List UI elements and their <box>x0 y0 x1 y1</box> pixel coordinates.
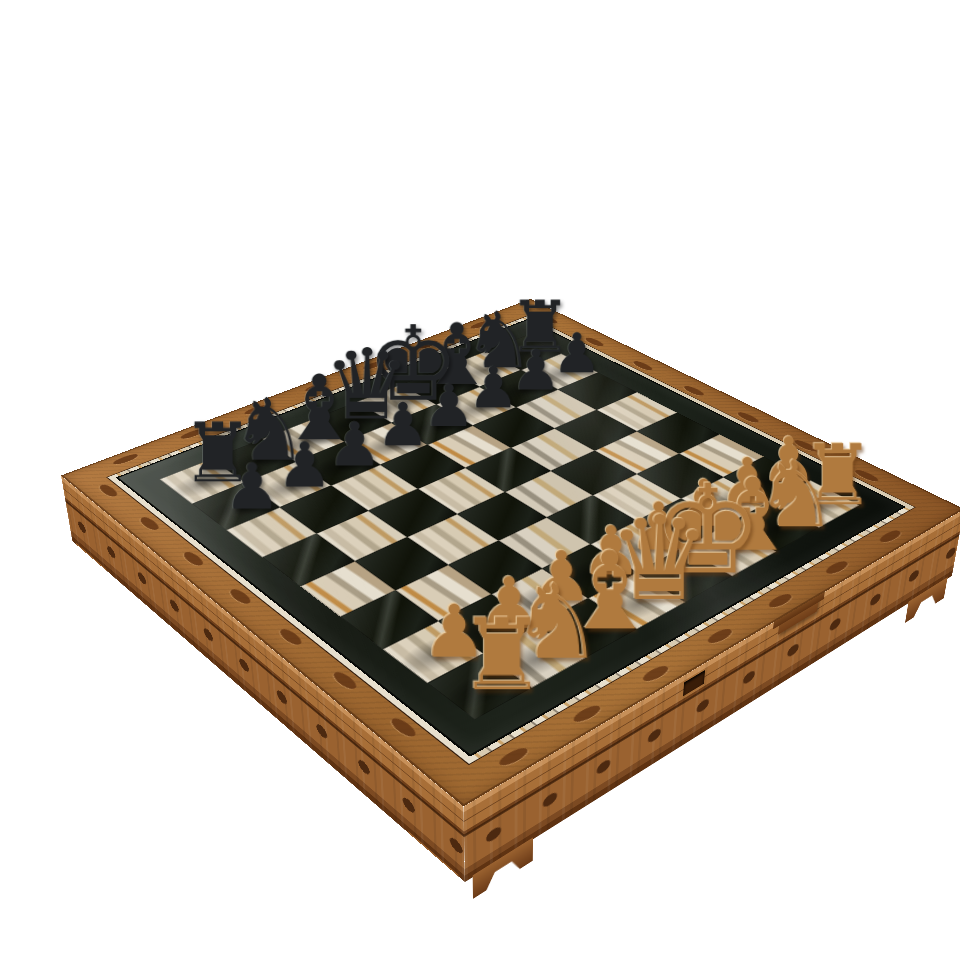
black-pawn: ♟ <box>277 436 333 495</box>
carved-wood-frame: ♜♞♝♛♚♝♞♜♟♟♟♟♟♟♟♟♟♟♟♟♟♟♟♟♜♞♝♛♚♝♞♜ <box>61 299 960 807</box>
black-marble-border: ♜♞♝♛♚♝♞♜♟♟♟♟♟♟♟♟♟♟♟♟♟♟♟♟♜♞♝♛♚♝♞♜ <box>118 320 903 754</box>
carved-foot <box>473 837 533 898</box>
carved-foot <box>408 831 459 898</box>
black-pawn: ♟ <box>328 416 383 474</box>
carving-notch <box>111 453 140 466</box>
carving-notch <box>639 664 672 684</box>
carved-foot <box>905 577 948 623</box>
brown-rook: ♜ <box>458 608 547 702</box>
carving-notch <box>97 483 121 498</box>
black-pawn: ♟ <box>468 361 519 415</box>
carving-notch <box>877 529 904 544</box>
product-photo: ♜♞♝♛♚♝♞♜♟♟♟♟♟♟♟♟♟♟♟♟♟♟♟♟♜♞♝♛♚♝♞♜ <box>0 0 960 960</box>
chess-set-3d: ♜♞♝♛♚♝♞♜♟♟♟♟♟♟♟♟♟♟♟♟♟♟♟♟♜♞♝♛♚♝♞♜ <box>61 299 960 807</box>
carving-notch <box>570 703 604 724</box>
black-pawn: ♟ <box>423 379 475 434</box>
black-pawn: ♟ <box>224 457 281 517</box>
carving-notch <box>823 559 852 575</box>
carving-notch <box>704 627 735 645</box>
carved-foot <box>76 543 110 590</box>
black-pawn: ♟ <box>376 397 429 454</box>
carving-notch <box>496 745 532 768</box>
